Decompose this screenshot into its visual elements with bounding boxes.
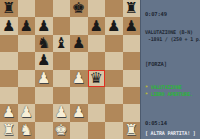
square-a1[interactable]: ♜: [0, 122, 18, 139]
black-piece-b-d6: ♝: [55, 36, 68, 51]
chess-app-window: ♜♚♜♟♟♟♟♟♟♞♝♟♟♟♟♛♟♟♟♟♜♞♚♜ 0:07:49 VALUTAZ…: [0, 0, 200, 139]
force-move-button[interactable]: [FORZA]: [145, 61, 167, 67]
square-b8[interactable]: [18, 0, 36, 17]
square-c3[interactable]: [35, 87, 53, 104]
black-piece-p-a7: ♟: [2, 19, 15, 34]
square-b1[interactable]: ♞: [18, 122, 36, 139]
square-a8[interactable]: ♜: [0, 0, 18, 17]
option-bullet-icon: *: [145, 91, 148, 97]
square-c1[interactable]: [35, 122, 53, 139]
square-h4[interactable]: [123, 70, 141, 87]
square-e6[interactable]: ♟: [70, 35, 88, 52]
black-piece-p-c5: ♟: [37, 53, 50, 68]
white-piece-r-h1: ♜: [125, 123, 138, 138]
square-b7[interactable]: ♟: [18, 17, 36, 34]
square-g5[interactable]: [105, 52, 123, 69]
square-d1[interactable]: ♚: [53, 122, 71, 139]
square-b4[interactable]: [18, 70, 36, 87]
side-panel: 0:07:49 VALUTAZIONE (B-N) -1891 / (250 +…: [140, 0, 200, 139]
square-f4[interactable]: ♛: [88, 70, 106, 87]
option-evaluation-label: VALUTAZIONE: [151, 84, 182, 90]
black-piece-r-a8: ♜: [2, 1, 15, 16]
square-d2[interactable]: ♟: [53, 104, 71, 121]
square-d3[interactable]: [53, 87, 71, 104]
square-a4[interactable]: [0, 70, 18, 87]
square-b6[interactable]: [18, 35, 36, 52]
square-g1[interactable]: [105, 122, 123, 139]
white-piece-k-d1: ♚: [55, 123, 68, 138]
option-bullet-icon: *: [145, 84, 148, 90]
option-evaluation[interactable]: * VALUTAZIONE: [145, 84, 182, 90]
black-piece-p-e6: ♟: [72, 36, 85, 51]
square-g7[interactable]: ♟: [105, 17, 123, 34]
square-g8[interactable]: [105, 0, 123, 17]
white-piece-n-b1: ♞: [20, 123, 33, 138]
square-f2[interactable]: [88, 104, 106, 121]
white-piece-p-e4: ♟: [72, 71, 85, 86]
white-piece-r-a1: ♜: [2, 123, 15, 138]
square-h3[interactable]: [123, 87, 141, 104]
square-g6[interactable]: [105, 35, 123, 52]
square-e5[interactable]: [70, 52, 88, 69]
square-h6[interactable]: [123, 35, 141, 52]
square-e7[interactable]: [70, 17, 88, 34]
black-piece-p-b7: ♟: [20, 19, 33, 34]
square-f1[interactable]: [88, 122, 106, 139]
square-e3[interactable]: [70, 87, 88, 104]
black-piece-p-c7: ♟: [37, 19, 50, 34]
black-piece-q-f4: ♛: [90, 71, 103, 86]
square-f6[interactable]: [88, 35, 106, 52]
square-g2[interactable]: [105, 104, 123, 121]
square-a6[interactable]: [0, 35, 18, 52]
square-e2[interactable]: ♟: [70, 104, 88, 121]
square-f7[interactable]: ♟: [88, 17, 106, 34]
square-c7[interactable]: ♟: [35, 17, 53, 34]
square-a5[interactable]: [0, 52, 18, 69]
square-e8[interactable]: ♚: [70, 0, 88, 17]
black-piece-n-c6: ♞: [37, 36, 50, 51]
square-c6[interactable]: ♞: [35, 35, 53, 52]
square-c8[interactable]: [35, 0, 53, 17]
white-piece-p-d2: ♟: [55, 105, 68, 120]
square-e1[interactable]: [70, 122, 88, 139]
new-game-button[interactable]: [ ALTRA PARTITA! ]: [145, 130, 196, 136]
square-f3[interactable]: [88, 87, 106, 104]
square-e4[interactable]: ♟: [70, 70, 88, 87]
square-d6[interactable]: ♝: [53, 35, 71, 52]
square-h8[interactable]: ♜: [123, 0, 141, 17]
square-h2[interactable]: [123, 104, 141, 121]
square-a7[interactable]: ♟: [0, 17, 18, 34]
square-h7[interactable]: ♟: [123, 17, 141, 34]
square-d8[interactable]: [53, 0, 71, 17]
square-f5[interactable]: [88, 52, 106, 69]
black-clock: 0:07:49: [145, 11, 167, 17]
square-a2[interactable]: ♟: [0, 104, 18, 121]
white-clock: 0:05:14: [145, 120, 167, 126]
square-b2[interactable]: ♟: [18, 104, 36, 121]
square-h1[interactable]: ♜: [123, 122, 141, 139]
square-h5[interactable]: [123, 52, 141, 69]
square-d4[interactable]: [53, 70, 71, 87]
option-opening-book-label: LIBRO APERTURE.: [151, 91, 193, 97]
black-piece-k-e8: ♚: [72, 1, 85, 16]
white-piece-p-e2: ♟: [72, 105, 85, 120]
square-a3[interactable]: [0, 87, 18, 104]
square-d7[interactable]: [53, 17, 71, 34]
square-g4[interactable]: [105, 70, 123, 87]
option-opening-book[interactable]: * LIBRO APERTURE.: [145, 91, 193, 97]
chess-board[interactable]: ♜♚♜♟♟♟♟♟♟♞♝♟♟♟♟♛♟♟♟♟♜♞♚♜: [0, 0, 140, 139]
square-d5[interactable]: [53, 52, 71, 69]
square-c2[interactable]: [35, 104, 53, 121]
black-piece-p-g7: ♟: [107, 19, 120, 34]
evaluation-value: -1891 / (250 + 1 p.): [148, 36, 200, 42]
white-piece-p-c4: ♟: [37, 71, 50, 86]
evaluation-title: VALUTAZIONE (B-N): [145, 29, 193, 35]
square-f8[interactable]: [88, 0, 106, 17]
square-g3[interactable]: [105, 87, 123, 104]
square-b5[interactable]: [18, 52, 36, 69]
square-c4[interactable]: ♟: [35, 70, 53, 87]
square-c5[interactable]: ♟: [35, 52, 53, 69]
black-piece-p-h7: ♟: [125, 19, 138, 34]
square-b3[interactable]: [18, 87, 36, 104]
white-piece-p-a2: ♟: [2, 105, 15, 120]
white-piece-p-b2: ♟: [20, 105, 33, 120]
black-piece-p-f7: ♟: [90, 19, 103, 34]
black-piece-r-h8: ♜: [125, 1, 138, 16]
